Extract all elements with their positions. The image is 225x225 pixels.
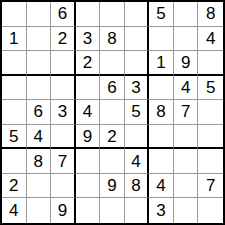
cell-r2c3[interactable]: 2 (51, 27, 76, 52)
cell-r3c7[interactable]: 1 (149, 51, 174, 76)
cell-r5c5[interactable] (100, 100, 125, 125)
cell-r3c4[interactable]: 2 (76, 51, 101, 76)
cell-r5c7[interactable]: 8 (149, 100, 174, 125)
cell-r3c5[interactable] (100, 51, 125, 76)
cell-r5c6[interactable]: 5 (125, 100, 150, 125)
given-digit: 5 (131, 103, 140, 120)
given-digit: 3 (83, 29, 92, 46)
given-digit: 4 (156, 177, 165, 194)
given-digit: 5 (156, 5, 165, 22)
cell-r8c1[interactable]: 2 (2, 174, 27, 199)
given-digit: 2 (9, 177, 18, 194)
cell-r7c9[interactable] (198, 149, 223, 174)
cell-r7c1[interactable] (2, 149, 27, 174)
cell-r4c1[interactable] (2, 76, 27, 101)
given-digit: 2 (58, 29, 67, 46)
cell-r7c6[interactable]: 4 (125, 149, 150, 174)
given-digit: 8 (107, 29, 116, 46)
given-digit: 4 (83, 103, 92, 120)
cell-r6c7[interactable] (149, 125, 174, 150)
cell-r4c3[interactable] (51, 76, 76, 101)
sudoku-board: 658123842196345634587549287429847493 (0, 0, 225, 225)
cell-r9c1[interactable]: 4 (2, 198, 27, 223)
given-digit: 6 (34, 103, 43, 120)
cell-r8c7[interactable]: 4 (149, 174, 174, 199)
given-digit: 9 (58, 202, 67, 219)
cell-r4c4[interactable] (76, 76, 101, 101)
cell-r9c5[interactable] (100, 198, 125, 223)
cell-r4c5[interactable]: 6 (100, 76, 125, 101)
cell-r8c6[interactable]: 8 (125, 174, 150, 199)
cell-r9c6[interactable] (125, 198, 150, 223)
given-digit: 3 (58, 103, 67, 120)
given-digit: 4 (9, 202, 18, 219)
cell-r1c2[interactable] (27, 2, 52, 27)
cell-r1c5[interactable] (100, 2, 125, 27)
cell-r7c5[interactable] (100, 149, 125, 174)
given-digit: 7 (58, 152, 67, 169)
cell-r3c3[interactable] (51, 51, 76, 76)
given-digit: 4 (34, 127, 43, 144)
given-digit: 7 (181, 103, 190, 120)
cell-r9c9[interactable] (198, 198, 223, 223)
cell-r6c9[interactable] (198, 125, 223, 150)
cell-r8c4[interactable] (76, 174, 101, 199)
cell-r7c7[interactable] (149, 149, 174, 174)
cell-r1c8[interactable] (174, 2, 199, 27)
cell-r6c6[interactable] (125, 125, 150, 150)
cell-r1c4[interactable] (76, 2, 101, 27)
cell-r4c2[interactable] (27, 76, 52, 101)
cell-r6c1[interactable]: 5 (2, 125, 27, 150)
given-digit: 9 (181, 53, 190, 70)
cell-r4c7[interactable] (149, 76, 174, 101)
cell-r9c3[interactable]: 9 (51, 198, 76, 223)
cell-r6c2[interactable]: 4 (27, 125, 52, 150)
given-digit: 7 (206, 177, 215, 194)
cell-r5c2[interactable]: 6 (27, 100, 52, 125)
cell-r6c4[interactable]: 9 (76, 125, 101, 150)
given-digit: 6 (58, 5, 67, 22)
cell-r1c1[interactable] (2, 2, 27, 27)
given-digit: 8 (34, 152, 43, 169)
cell-r2c9[interactable]: 4 (198, 27, 223, 52)
cell-r2c8[interactable] (174, 27, 199, 52)
cell-r8c8[interactable] (174, 174, 199, 199)
given-digit: 9 (107, 177, 116, 194)
cell-r9c2[interactable] (27, 198, 52, 223)
given-digit: 8 (206, 5, 215, 22)
cell-r8c5[interactable]: 9 (100, 174, 125, 199)
cell-r5c8[interactable]: 7 (174, 100, 199, 125)
cell-r3c8[interactable]: 9 (174, 51, 199, 76)
cell-r1c6[interactable] (125, 2, 150, 27)
cell-r5c1[interactable] (2, 100, 27, 125)
given-digit: 9 (83, 127, 92, 144)
cell-r6c5[interactable]: 2 (100, 125, 125, 150)
cell-r1c7[interactable]: 5 (149, 2, 174, 27)
cell-r8c3[interactable] (51, 174, 76, 199)
cell-r1c3[interactable]: 6 (51, 2, 76, 27)
given-digit: 6 (107, 78, 116, 95)
sudoku-page: 658123842196345634587549287429847493 (0, 0, 225, 225)
cell-r9c8[interactable] (174, 198, 199, 223)
cell-r2c2[interactable] (27, 27, 52, 52)
cell-r7c2[interactable]: 8 (27, 149, 52, 174)
cell-r6c3[interactable] (51, 125, 76, 150)
given-digit: 5 (206, 78, 215, 95)
cell-r5c3[interactable]: 3 (51, 100, 76, 125)
cell-r3c1[interactable] (2, 51, 27, 76)
given-digit: 1 (9, 29, 18, 46)
cell-r2c7[interactable] (149, 27, 174, 52)
cell-r2c6[interactable] (125, 27, 150, 52)
given-digit: 3 (156, 202, 165, 219)
given-digit: 2 (83, 53, 92, 70)
cell-r5c9[interactable] (198, 100, 223, 125)
cell-r8c9[interactable]: 7 (198, 174, 223, 199)
given-digit: 4 (131, 152, 140, 169)
given-digit: 2 (107, 127, 116, 144)
cell-r7c3[interactable]: 7 (51, 149, 76, 174)
cell-r7c8[interactable] (174, 149, 199, 174)
cell-r4c8[interactable]: 4 (174, 76, 199, 101)
given-digit: 4 (206, 29, 215, 46)
cell-r8c2[interactable] (27, 174, 52, 199)
given-digit: 8 (131, 177, 140, 194)
given-digit: 5 (9, 127, 18, 144)
cell-r6c8[interactable] (174, 125, 199, 150)
cell-r2c4[interactable]: 3 (76, 27, 101, 52)
cell-r3c2[interactable] (27, 51, 52, 76)
cell-r4c6[interactable]: 3 (125, 76, 150, 101)
cell-r3c9[interactable] (198, 51, 223, 76)
cell-r7c4[interactable] (76, 149, 101, 174)
given-digit: 1 (156, 53, 165, 70)
cell-r4c9[interactable]: 5 (198, 76, 223, 101)
given-digit: 3 (131, 78, 140, 95)
cell-r5c4[interactable]: 4 (76, 100, 101, 125)
cell-r9c4[interactable] (76, 198, 101, 223)
cell-r1c9[interactable]: 8 (198, 2, 223, 27)
cell-r2c5[interactable]: 8 (100, 27, 125, 52)
given-digit: 8 (156, 103, 165, 120)
cell-r9c7[interactable]: 3 (149, 198, 174, 223)
cell-r2c1[interactable]: 1 (2, 27, 27, 52)
given-digit: 4 (181, 78, 190, 95)
cell-r3c6[interactable] (125, 51, 150, 76)
